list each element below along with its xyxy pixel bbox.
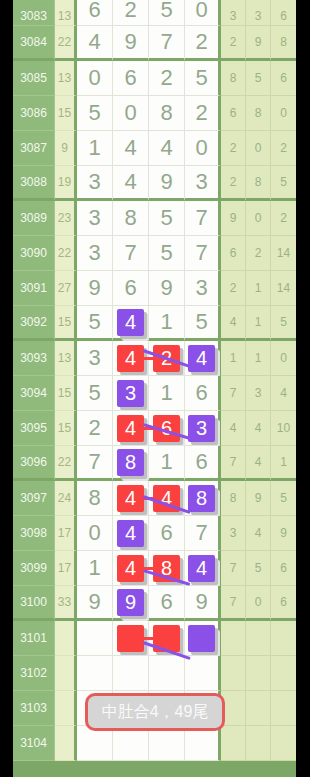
sum-cell: 13: [55, 61, 77, 96]
issue-cell: 3088: [13, 166, 55, 201]
digit-value: 7: [124, 240, 136, 266]
sum-cell: [55, 656, 77, 691]
issue-cell: 3090: [13, 236, 55, 271]
digit-value: 5: [195, 65, 207, 91]
digit-value: 2: [124, 0, 136, 23]
sum-cell: [55, 726, 77, 761]
digit-cell[interactable]: 2: [77, 411, 113, 446]
highlight-box-red[interactable]: 4: [117, 345, 144, 372]
red-dash: [143, 637, 153, 640]
stat-cell: 6: [271, 586, 296, 621]
stat-cell: [246, 621, 271, 656]
stat-cell: 14: [271, 236, 296, 271]
sum-cell: 22: [55, 26, 77, 61]
digit-value: 0: [124, 100, 136, 126]
digit-cell[interactable]: 5: [185, 61, 221, 96]
stat-cell: 8: [246, 166, 271, 201]
stat-cell: 3: [246, 376, 271, 411]
table-row: 3094155316734: [13, 376, 296, 411]
sum-cell: 22: [55, 236, 77, 271]
table-row: 3096227816741: [13, 446, 296, 481]
stat-cell: 5: [271, 306, 296, 341]
digit-value: 6: [195, 380, 207, 406]
stat-cell: 5: [246, 61, 271, 96]
stat-cell: [271, 691, 296, 726]
digit-value: 9: [88, 589, 100, 615]
stat-cell: 2: [221, 131, 246, 166]
table-row: 3102: [13, 656, 296, 691]
stat-cell: 1: [246, 341, 271, 376]
digit-cell[interactable]: 6: [113, 61, 149, 96]
stat-cell: 6: [271, 551, 296, 586]
digit-cell[interactable]: 4: [113, 516, 149, 551]
stat-cell: 6: [221, 96, 246, 131]
highlight-box-purple[interactable]: 9: [117, 589, 144, 616]
table-row: 3104: [13, 726, 296, 761]
stat-cell: 0: [246, 201, 271, 236]
digit-cell[interactable]: 1: [149, 376, 185, 411]
stat-cell: 14: [271, 271, 296, 306]
digit-cell[interactable]: 0: [185, 131, 221, 166]
issue-cell: 3083: [13, 0, 55, 26]
digit-cell[interactable]: 4: [113, 131, 149, 166]
digit-cell[interactable]: 8: [113, 201, 149, 236]
digit-value: 1: [160, 309, 172, 335]
digit-cell[interactable]: 6: [185, 376, 221, 411]
stat-cell: 8: [271, 26, 296, 61]
stat-cell: 3: [221, 0, 246, 26]
digit-cell[interactable]: 4: [149, 131, 185, 166]
digit-value: 7: [195, 520, 207, 546]
digit-cell[interactable]: 3: [77, 236, 113, 271]
stat-cell: 7: [221, 446, 246, 481]
digit-value: 8: [88, 485, 100, 511]
table-row: 308791440202: [13, 131, 296, 166]
highlight-box-purple[interactable]: 3: [117, 380, 144, 407]
highlight-box-purple[interactable]: 4: [117, 309, 144, 336]
stat-cell: 10: [271, 411, 296, 446]
digit-cell[interactable]: 2: [185, 96, 221, 131]
stat-cell: 3: [221, 516, 246, 551]
issue-cell: 3086: [13, 96, 55, 131]
digit-value: 5: [160, 240, 172, 266]
digit-value: 6: [124, 65, 136, 91]
digit-value: 6: [195, 449, 207, 475]
digit-value: 4: [124, 135, 136, 161]
digit-cell[interactable]: 6: [149, 586, 185, 621]
highlight-box-purple[interactable]: 4: [188, 555, 215, 582]
table-row: 3089233857902: [13, 201, 296, 236]
digit-value: 5: [88, 380, 100, 406]
digit-cell[interactable]: [77, 656, 113, 691]
digit-cell[interactable]: 7: [185, 201, 221, 236]
digit-value: 0: [88, 520, 100, 546]
digit-cell[interactable]: 4: [185, 341, 221, 376]
digit-cell[interactable]: 9: [77, 586, 113, 621]
red-dash: [143, 357, 153, 360]
digit-cell[interactable]: 0: [77, 61, 113, 96]
digit-value: 7: [88, 449, 100, 475]
stat-cell: 4: [246, 446, 271, 481]
digit-cell[interactable]: 7: [149, 26, 185, 61]
digit-value: 2: [195, 100, 207, 126]
stat-cell: 9: [271, 516, 296, 551]
sum-cell: 33: [55, 586, 77, 621]
digit-value: 1: [160, 380, 172, 406]
digit-cell[interactable]: 5: [149, 0, 185, 26]
digit-value: 3: [195, 275, 207, 301]
issue-cell: 3095: [13, 411, 55, 446]
stat-cell: 4: [221, 306, 246, 341]
digit-cell[interactable]: 1: [149, 306, 185, 341]
digit-cell[interactable]: 4: [77, 26, 113, 61]
sum-cell: 15: [55, 411, 77, 446]
stat-cell: 4: [271, 376, 296, 411]
digit-cell[interactable]: 0: [77, 516, 113, 551]
table-row: 3092155415415: [13, 306, 296, 341]
digit-cell[interactable]: [185, 656, 221, 691]
issue-cell: 3104: [13, 726, 55, 761]
digit-value: 0: [88, 65, 100, 91]
digit-value: 3: [195, 169, 207, 195]
digit-value: 4: [124, 169, 136, 195]
sum-cell: [55, 691, 77, 726]
digit-value: 2: [195, 29, 207, 55]
highlight-box-purple[interactable]: 3: [188, 415, 215, 442]
sum-cell: 23: [55, 201, 77, 236]
digit-cell[interactable]: 8: [77, 481, 113, 516]
sum-cell: 15: [55, 306, 77, 341]
digit-value: 1: [160, 449, 172, 475]
table-row: 3098170467349: [13, 516, 296, 551]
issue-cell: 3087: [13, 131, 55, 166]
digit-cell[interactable]: 7: [113, 236, 149, 271]
digit-value: 8: [124, 205, 136, 231]
digit-value: 5: [88, 100, 100, 126]
digit-cell[interactable]: 5: [185, 306, 221, 341]
sum-cell: 13: [55, 0, 77, 26]
issue-cell: 3084: [13, 26, 55, 61]
digit-cell[interactable]: 0: [185, 0, 221, 26]
stat-cell: 2: [221, 166, 246, 201]
highlight-box-purple[interactable]: 4: [188, 345, 215, 372]
table-row: 3101: [13, 621, 296, 656]
digit-value: 4: [160, 135, 172, 161]
lottery-trend-board: 3083136250336308422497229830851306258563…: [13, 0, 296, 777]
stat-cell: 7: [221, 586, 246, 621]
digit-value: 2: [88, 415, 100, 441]
digit-cell[interactable]: 9: [113, 26, 149, 61]
digit-cell[interactable]: 5: [77, 306, 113, 341]
digit-cell[interactable]: 7: [185, 516, 221, 551]
digit-value: 6: [124, 275, 136, 301]
issue-cell: 3085: [13, 61, 55, 96]
stat-cell: 2: [271, 201, 296, 236]
digit-cell[interactable]: 3: [77, 341, 113, 376]
issue-cell: 3091: [13, 271, 55, 306]
digit-cell[interactable]: 1: [77, 131, 113, 166]
digit-cell[interactable]: 4: [113, 306, 149, 341]
digit-value: 0: [195, 0, 207, 23]
issue-cell: 3094: [13, 376, 55, 411]
highlight-box-red[interactable]: [117, 625, 144, 652]
stat-cell: 1: [271, 446, 296, 481]
digit-cell[interactable]: [113, 656, 149, 691]
issue-cell: 3103: [13, 691, 55, 726]
stat-cell: [246, 656, 271, 691]
digit-cell[interactable]: [77, 621, 113, 656]
digit-value: 1: [88, 555, 100, 581]
digit-value: 3: [88, 345, 100, 371]
stat-cell: 1: [221, 341, 246, 376]
digit-value: 6: [160, 589, 172, 615]
digit-value: 1: [88, 135, 100, 161]
table-row: 3083136250336: [13, 0, 296, 26]
digit-cell[interactable]: 3: [77, 166, 113, 201]
stat-cell: 5: [271, 166, 296, 201]
digit-cell[interactable]: [185, 726, 221, 761]
stat-cell: 7: [221, 551, 246, 586]
stat-cell: 0: [271, 341, 296, 376]
table-row: 3093133424110: [13, 341, 296, 376]
stat-cell: 1: [246, 306, 271, 341]
stat-cell: [246, 726, 271, 761]
stat-cell: 8: [221, 61, 246, 96]
digit-cell[interactable]: 0: [113, 96, 149, 131]
stat-cell: 5: [246, 551, 271, 586]
sum-cell: 9: [55, 131, 77, 166]
sum-cell: 17: [55, 551, 77, 586]
stat-cell: 7: [221, 376, 246, 411]
digit-cell[interactable]: 9: [149, 166, 185, 201]
digit-value: 5: [88, 309, 100, 335]
issue-cell: 3089: [13, 201, 55, 236]
stat-cell: 6: [221, 236, 246, 271]
digit-value: 9: [195, 589, 207, 615]
issue-cell: 3096: [13, 446, 55, 481]
issue-cell: 3099: [13, 551, 55, 586]
digit-cell[interactable]: 6: [149, 516, 185, 551]
digit-value: 2: [160, 65, 172, 91]
highlight-box-purple[interactable]: 8: [117, 449, 144, 476]
table-row: 3088193493285: [13, 166, 296, 201]
stat-cell: 0: [271, 96, 296, 131]
digit-cell[interactable]: 5: [149, 201, 185, 236]
stat-cell: 0: [246, 131, 271, 166]
table-row: 30912796932114: [13, 271, 296, 306]
sum-cell: 22: [55, 446, 77, 481]
highlight-box-red[interactable]: 4: [117, 555, 144, 582]
stat-cell: [221, 726, 246, 761]
sum-cell: [55, 621, 77, 656]
stat-cell: 6: [271, 61, 296, 96]
digit-cell[interactable]: 4: [113, 166, 149, 201]
stat-cell: 9: [221, 201, 246, 236]
digit-cell[interactable]: 9: [113, 586, 149, 621]
highlight-box-red[interactable]: 4: [117, 415, 144, 442]
annotation-text: 中肚合4，49尾: [102, 702, 209, 723]
digit-value: 3: [88, 240, 100, 266]
highlight-box-purple[interactable]: [188, 625, 215, 652]
issue-cell: 3097: [13, 481, 55, 516]
table-row: 30902237576214: [13, 236, 296, 271]
issue-cell: 3098: [13, 516, 55, 551]
digit-cell[interactable]: 2: [185, 26, 221, 61]
stat-cell: 2: [271, 131, 296, 166]
stat-cell: 2: [221, 26, 246, 61]
stat-cell: 9: [246, 26, 271, 61]
digit-cell[interactable]: [185, 621, 221, 656]
stat-cell: 2: [221, 271, 246, 306]
digit-cell[interactable]: 8: [149, 96, 185, 131]
table-row: 3100339969706: [13, 586, 296, 621]
stat-cell: 3: [246, 0, 271, 26]
stat-cell: [271, 621, 296, 656]
stat-cell: [221, 656, 246, 691]
digit-value: 6: [88, 0, 100, 23]
digit-cell[interactable]: 3: [113, 376, 149, 411]
sum-cell: 24: [55, 481, 77, 516]
digit-value: 5: [160, 205, 172, 231]
stat-cell: 8: [246, 96, 271, 131]
digit-cell[interactable]: 2: [149, 61, 185, 96]
digit-value: 9: [124, 29, 136, 55]
stat-cell: 4: [246, 411, 271, 446]
digit-value: 8: [160, 100, 172, 126]
digit-cell[interactable]: 9: [77, 271, 113, 306]
digit-value: 3: [88, 205, 100, 231]
issue-cell: 3101: [13, 621, 55, 656]
sum-cell: 15: [55, 376, 77, 411]
digit-value: 6: [160, 520, 172, 546]
digit-cell[interactable]: 3: [77, 201, 113, 236]
digit-cell[interactable]: [113, 726, 149, 761]
digit-cell[interactable]: 6: [77, 0, 113, 26]
stat-cell: 2: [246, 236, 271, 271]
issue-cell: 3093: [13, 341, 55, 376]
stat-cell: 1: [246, 271, 271, 306]
digit-cell[interactable]: 5: [77, 96, 113, 131]
digit-cell[interactable]: 3: [185, 271, 221, 306]
highlight-box-purple[interactable]: 4: [117, 520, 144, 547]
digit-cell[interactable]: 9: [185, 586, 221, 621]
digit-cell[interactable]: 1: [149, 446, 185, 481]
stat-cell: 4: [246, 516, 271, 551]
digit-cell[interactable]: 3: [185, 411, 221, 446]
digit-cell[interactable]: [77, 726, 113, 761]
digit-value: 7: [160, 29, 172, 55]
stat-cell: 4: [221, 411, 246, 446]
digit-cell[interactable]: 6: [185, 446, 221, 481]
issue-cell: 3092: [13, 306, 55, 341]
digit-value: 5: [160, 0, 172, 23]
issue-cell: 3102: [13, 656, 55, 691]
annotation-box: 中肚合4，49尾: [85, 693, 225, 731]
digit-cell[interactable]: 3: [185, 166, 221, 201]
digit-value: 9: [88, 275, 100, 301]
digit-cell[interactable]: 4: [185, 551, 221, 586]
digit-cell[interactable]: 7: [77, 446, 113, 481]
stat-cell: [246, 691, 271, 726]
stat-cell: 8: [221, 481, 246, 516]
digit-value: 7: [195, 240, 207, 266]
stat-cell: [271, 726, 296, 761]
digit-value: 7: [195, 205, 207, 231]
digit-cell[interactable]: 9: [149, 271, 185, 306]
table-row: 3086155082680: [13, 96, 296, 131]
digit-cell[interactable]: [149, 726, 185, 761]
digit-cell[interactable]: 7: [185, 236, 221, 271]
digit-value: 9: [160, 169, 172, 195]
digit-cell[interactable]: [149, 656, 185, 691]
table-row: 3099171484756: [13, 551, 296, 586]
stat-cell: 5: [271, 481, 296, 516]
digit-value: 9: [160, 275, 172, 301]
digit-cell[interactable]: 5: [77, 376, 113, 411]
sum-cell: 27: [55, 271, 77, 306]
sum-cell: 19: [55, 166, 77, 201]
digit-cell[interactable]: 2: [113, 0, 149, 26]
sum-cell: 17: [55, 516, 77, 551]
stat-cell: 0: [246, 586, 271, 621]
digit-cell[interactable]: 8: [113, 446, 149, 481]
digit-value: 5: [195, 309, 207, 335]
digit-cell[interactable]: 5: [149, 236, 185, 271]
digit-value: 3: [88, 169, 100, 195]
highlight-box-purple[interactable]: 8: [188, 485, 215, 512]
digit-cell[interactable]: 6: [113, 271, 149, 306]
issue-cell: 3100: [13, 586, 55, 621]
highlight-box-red[interactable]: 4: [117, 485, 144, 512]
stat-cell: [271, 656, 296, 691]
lottery-trend-screenshot: 3083136250336308422497229830851306258563…: [0, 0, 310, 777]
stat-cell: 6: [271, 0, 296, 26]
stat-cell: 9: [246, 481, 271, 516]
sum-cell: 15: [55, 96, 77, 131]
table-row: 3085130625856: [13, 61, 296, 96]
digit-value: 4: [88, 29, 100, 55]
stat-cell: [221, 621, 246, 656]
table-row: 3084224972298: [13, 26, 296, 61]
digit-cell[interactable]: 1: [77, 551, 113, 586]
digit-value: 0: [195, 135, 207, 161]
sum-cell: 13: [55, 341, 77, 376]
